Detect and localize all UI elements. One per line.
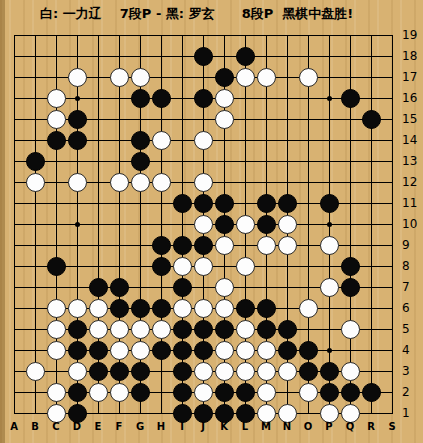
black-stone xyxy=(362,110,381,129)
black-stone xyxy=(110,278,129,297)
black-stone xyxy=(152,299,171,318)
row-label: 16 xyxy=(402,91,423,105)
white-stone xyxy=(152,173,171,192)
row-label: 15 xyxy=(402,112,423,126)
column-label: J xyxy=(196,421,210,432)
white-stone xyxy=(47,320,66,339)
column-label: O xyxy=(301,421,315,432)
row-label: 2 xyxy=(402,385,423,399)
white-stone xyxy=(236,215,255,234)
black-stone xyxy=(257,194,276,213)
black-stone xyxy=(341,383,360,402)
white-stone xyxy=(215,89,234,108)
row-label: 10 xyxy=(402,217,423,231)
white-stone xyxy=(47,341,66,360)
white-stone xyxy=(47,299,66,318)
black-stone xyxy=(341,89,360,108)
white-stone xyxy=(194,131,213,150)
white-stone xyxy=(320,236,339,255)
black-stone xyxy=(47,257,66,276)
black-stone xyxy=(194,341,213,360)
white-stone xyxy=(110,173,129,192)
white-stone xyxy=(89,383,108,402)
black-stone xyxy=(194,320,213,339)
black-stone xyxy=(131,89,150,108)
row-label: 12 xyxy=(402,175,423,189)
white-stone xyxy=(110,383,129,402)
white-stone xyxy=(215,110,234,129)
white-stone xyxy=(131,341,150,360)
black-stone xyxy=(131,131,150,150)
black-stone xyxy=(257,299,276,318)
row-label: 5 xyxy=(402,322,423,336)
white-stone xyxy=(194,362,213,381)
white-stone xyxy=(68,68,87,87)
black-stone xyxy=(152,341,171,360)
black-stone xyxy=(194,194,213,213)
black-stone xyxy=(236,383,255,402)
row-label: 19 xyxy=(402,28,423,42)
white-stone xyxy=(26,173,45,192)
white-stone xyxy=(194,383,213,402)
row-label: 4 xyxy=(402,343,423,357)
white-stone xyxy=(215,278,234,297)
column-label: P xyxy=(322,421,336,432)
white-stone xyxy=(110,68,129,87)
black-stone xyxy=(236,47,255,66)
black-stone xyxy=(215,215,234,234)
column-label: Q xyxy=(343,421,357,432)
white-stone xyxy=(257,68,276,87)
star-point xyxy=(327,222,332,227)
star-point xyxy=(75,96,80,101)
white-stone xyxy=(47,110,66,129)
black-stone xyxy=(173,362,192,381)
column-label: M xyxy=(259,421,273,432)
white-stone xyxy=(26,362,45,381)
white-stone xyxy=(257,341,276,360)
column-label: L xyxy=(238,421,252,432)
white-stone xyxy=(278,236,297,255)
row-label: 8 xyxy=(402,259,423,273)
black-stone xyxy=(278,341,297,360)
white-stone xyxy=(194,173,213,192)
black-stone xyxy=(110,299,129,318)
column-label: G xyxy=(133,421,147,432)
row-label: 18 xyxy=(402,49,423,63)
black-stone xyxy=(257,320,276,339)
black-stone xyxy=(89,362,108,381)
black-stone xyxy=(173,278,192,297)
white-stone xyxy=(257,383,276,402)
white-stone xyxy=(257,236,276,255)
white-stone xyxy=(215,299,234,318)
black-stone xyxy=(194,47,213,66)
star-point xyxy=(327,96,332,101)
black-stone xyxy=(110,362,129,381)
black-stone xyxy=(215,383,234,402)
black-stone xyxy=(152,236,171,255)
black-stone xyxy=(173,341,192,360)
column-label: I xyxy=(175,421,189,432)
white-stone xyxy=(299,299,318,318)
column-label: R xyxy=(364,421,378,432)
white-stone xyxy=(278,215,297,234)
column-label: S xyxy=(385,421,399,432)
black-stone xyxy=(299,341,318,360)
column-label: B xyxy=(28,421,42,432)
black-stone xyxy=(278,320,297,339)
column-label: N xyxy=(280,421,294,432)
black-stone xyxy=(215,194,234,213)
column-label: C xyxy=(49,421,63,432)
row-label: 9 xyxy=(402,238,423,252)
go-board-app: 白: 一力辽 7段P - 黑: 罗玄 8段P 黑棋中盘胜! ABCDEFGHIJ… xyxy=(0,0,423,443)
game-info-header: 白: 一力辽 7段P - 黑: 罗玄 8段P 黑棋中盘胜! xyxy=(40,5,353,23)
white-stone xyxy=(341,362,360,381)
row-label: 7 xyxy=(402,280,423,294)
row-label: 3 xyxy=(402,364,423,378)
white-stone xyxy=(299,68,318,87)
black-stone xyxy=(152,257,171,276)
black-stone xyxy=(278,194,297,213)
white-stone xyxy=(215,362,234,381)
black-stone xyxy=(152,89,171,108)
white-stone xyxy=(47,383,66,402)
black-stone xyxy=(26,152,45,171)
white-stone xyxy=(131,173,150,192)
white-stone xyxy=(152,320,171,339)
black-stone xyxy=(131,383,150,402)
white-stone xyxy=(194,299,213,318)
white-stone xyxy=(194,257,213,276)
wood-edge-streak xyxy=(0,0,5,443)
white-stone xyxy=(236,341,255,360)
column-label: H xyxy=(154,421,168,432)
white-stone xyxy=(236,68,255,87)
column-label: F xyxy=(112,421,126,432)
row-label: 6 xyxy=(402,301,423,315)
white-stone xyxy=(194,215,213,234)
black-stone xyxy=(173,383,192,402)
black-stone xyxy=(131,299,150,318)
white-stone xyxy=(110,320,129,339)
white-stone xyxy=(320,278,339,297)
black-stone xyxy=(215,320,234,339)
black-stone xyxy=(236,299,255,318)
black-stone xyxy=(299,362,318,381)
white-stone xyxy=(299,383,318,402)
white-stone xyxy=(236,257,255,276)
white-stone xyxy=(68,362,87,381)
white-stone xyxy=(341,320,360,339)
white-stone xyxy=(68,299,87,318)
column-label: D xyxy=(70,421,84,432)
white-stone xyxy=(236,320,255,339)
white-stone xyxy=(110,341,129,360)
black-stone xyxy=(194,89,213,108)
black-stone xyxy=(131,152,150,171)
white-stone xyxy=(173,299,192,318)
grid-line-vertical xyxy=(371,35,372,414)
column-label: K xyxy=(217,421,231,432)
black-stone xyxy=(173,194,192,213)
column-label: A xyxy=(7,421,21,432)
black-stone xyxy=(215,68,234,87)
white-stone xyxy=(68,173,87,192)
row-label: 17 xyxy=(402,70,423,84)
black-stone xyxy=(68,383,87,402)
black-stone xyxy=(341,278,360,297)
white-stone xyxy=(131,320,150,339)
white-stone xyxy=(173,257,192,276)
black-stone xyxy=(320,383,339,402)
black-stone xyxy=(68,131,87,150)
black-stone xyxy=(89,341,108,360)
row-label: 14 xyxy=(402,133,423,147)
white-stone xyxy=(47,89,66,108)
white-stone xyxy=(152,131,171,150)
black-stone xyxy=(68,110,87,129)
white-stone xyxy=(131,68,150,87)
black-stone xyxy=(47,131,66,150)
column-label: E xyxy=(91,421,105,432)
black-stone xyxy=(68,341,87,360)
black-stone xyxy=(362,383,381,402)
black-stone xyxy=(89,278,108,297)
black-stone xyxy=(68,320,87,339)
black-stone xyxy=(131,362,150,381)
black-stone xyxy=(173,320,192,339)
row-label: 1 xyxy=(402,406,423,420)
white-stone xyxy=(236,362,255,381)
white-stone xyxy=(89,320,108,339)
row-label: 13 xyxy=(402,154,423,168)
white-stone xyxy=(257,362,276,381)
black-stone xyxy=(257,215,276,234)
grid-line-vertical xyxy=(392,35,393,414)
white-stone xyxy=(215,236,234,255)
star-point xyxy=(75,222,80,227)
star-point xyxy=(327,348,332,353)
white-stone xyxy=(215,341,234,360)
white-stone xyxy=(278,362,297,381)
white-stone xyxy=(89,299,108,318)
row-label: 11 xyxy=(402,196,423,210)
black-stone xyxy=(320,194,339,213)
black-stone xyxy=(173,236,192,255)
black-stone xyxy=(341,257,360,276)
black-stone xyxy=(194,236,213,255)
black-stone xyxy=(320,362,339,381)
